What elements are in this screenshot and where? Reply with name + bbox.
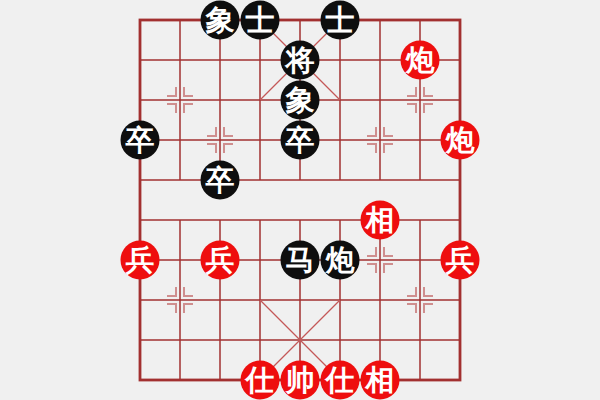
intersection-4-3: 卒 [280,120,320,160]
piece-black-soldier[interactable]: 卒 [121,121,160,160]
intersection-2-9 [200,360,240,400]
intersection-1-8 [160,320,200,360]
intersection-5-6: 炮 [320,240,360,280]
intersection-4-2: 象 [280,80,320,120]
intersection-0-1 [120,40,160,80]
intersection-4-9: 帅 [280,360,320,400]
piece-black-advisor[interactable]: 士 [321,1,360,40]
piece-black-elephant[interactable]: 象 [201,1,240,40]
intersection-7-5 [400,200,440,240]
intersection-8-3: 炮 [440,120,480,160]
piece-red-elephant[interactable]: 相 [361,201,400,240]
intersection-1-9 [160,360,200,400]
intersection-7-9 [400,360,440,400]
intersection-6-5: 相 [360,200,400,240]
intersection-6-8 [360,320,400,360]
intersection-3-1 [240,40,280,80]
intersection-5-9: 仕 [320,360,360,400]
intersection-5-0: 士 [320,0,360,40]
piece-black-soldier[interactable]: 卒 [281,121,320,160]
intersection-7-2 [400,80,440,120]
intersection-2-0: 象 [200,0,240,40]
intersection-3-2 [240,80,280,120]
piece-red-general[interactable]: 帅 [281,361,320,400]
intersection-6-0 [360,0,400,40]
intersection-1-7 [160,280,200,320]
intersection-1-5 [160,200,200,240]
intersection-3-9: 仕 [240,360,280,400]
intersection-1-0 [160,0,200,40]
intersection-5-2 [320,80,360,120]
piece-red-cannon[interactable]: 炮 [441,121,480,160]
intersection-2-4: 卒 [200,160,240,200]
intersection-7-1: 炮 [400,40,440,80]
intersection-4-8 [280,320,320,360]
intersection-4-5 [280,200,320,240]
piece-red-soldier[interactable]: 兵 [121,241,160,280]
intersection-6-9: 相 [360,360,400,400]
intersection-1-2 [160,80,200,120]
piece-red-soldier[interactable]: 兵 [201,241,240,280]
piece-black-elephant[interactable]: 象 [281,81,320,120]
intersection-6-3 [360,120,400,160]
intersection-5-8 [320,320,360,360]
intersection-5-5 [320,200,360,240]
intersection-8-6: 兵 [440,240,480,280]
board-grid: 象士士将炮象卒卒炮卒相兵兵马炮兵仕帅仕相 [120,0,480,400]
intersection-1-1 [160,40,200,80]
intersection-0-9 [120,360,160,400]
intersection-2-8 [200,320,240,360]
intersection-7-4 [400,160,440,200]
intersection-8-2 [440,80,480,120]
piece-red-advisor[interactable]: 仕 [321,361,360,400]
piece-black-horse[interactable]: 马 [281,241,320,280]
intersection-0-4 [120,160,160,200]
piece-red-cannon[interactable]: 炮 [401,41,440,80]
intersection-1-3 [160,120,200,160]
intersection-0-7 [120,280,160,320]
intersection-3-4 [240,160,280,200]
intersection-3-6 [240,240,280,280]
intersection-4-4 [280,160,320,200]
intersection-5-4 [320,160,360,200]
piece-black-soldier[interactable]: 卒 [201,161,240,200]
intersection-3-3 [240,120,280,160]
intersection-5-1 [320,40,360,80]
intersection-2-5 [200,200,240,240]
intersection-3-0: 士 [240,0,280,40]
intersection-3-5 [240,200,280,240]
intersection-5-3 [320,120,360,160]
intersection-8-7 [440,280,480,320]
piece-red-advisor[interactable]: 仕 [241,361,280,400]
intersection-2-2 [200,80,240,120]
intersection-2-6: 兵 [200,240,240,280]
piece-red-soldier[interactable]: 兵 [441,241,480,280]
piece-black-advisor[interactable]: 士 [241,1,280,40]
intersection-2-7 [200,280,240,320]
intersection-1-6 [160,240,200,280]
intersection-7-0 [400,0,440,40]
intersection-6-6 [360,240,400,280]
intersection-6-2 [360,80,400,120]
intersection-7-3 [400,120,440,160]
intersection-1-4 [160,160,200,200]
piece-red-elephant[interactable]: 相 [361,361,400,400]
intersection-8-4 [440,160,480,200]
xiangqi-app: 象士士将炮象卒卒炮卒相兵兵马炮兵仕帅仕相 [0,0,600,400]
intersection-3-7 [240,280,280,320]
piece-black-cannon[interactable]: 炮 [321,241,360,280]
intersection-2-1 [200,40,240,80]
intersection-4-1: 将 [280,40,320,80]
intersection-8-5 [440,200,480,240]
intersection-0-6: 兵 [120,240,160,280]
intersection-7-6 [400,240,440,280]
intersection-0-3: 卒 [120,120,160,160]
piece-black-general[interactable]: 将 [281,41,320,80]
intersection-7-8 [400,320,440,360]
intersection-0-5 [120,200,160,240]
intersection-8-8 [440,320,480,360]
intersection-8-1 [440,40,480,80]
intersection-2-3 [200,120,240,160]
intersection-4-7 [280,280,320,320]
intersection-4-6: 马 [280,240,320,280]
intersection-0-0 [120,0,160,40]
intersection-6-1 [360,40,400,80]
intersection-0-2 [120,80,160,120]
intersection-5-7 [320,280,360,320]
intersection-8-9 [440,360,480,400]
intersection-7-7 [400,280,440,320]
intersection-8-0 [440,0,480,40]
intersection-6-4 [360,160,400,200]
intersection-3-8 [240,320,280,360]
intersection-4-0 [280,0,320,40]
intersection-0-8 [120,320,160,360]
intersection-6-7 [360,280,400,320]
